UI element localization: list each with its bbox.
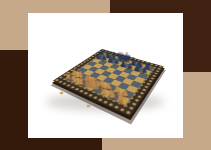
chess-scene: ♜♞♝♛♚♝♞♜♟♟♟♟♟♟♟♟♟♟♟♟♟♟♟♟♜♞♝♛♚♝♞♜ bbox=[28, 13, 183, 138]
square-d5[interactable] bbox=[105, 67, 116, 73]
chess-board: ♜♞♝♛♚♝♞♜♟♟♟♟♟♟♟♟♟♟♟♟♟♟♟♟♜♞♝♛♚♝♞♜ bbox=[53, 49, 164, 116]
board-clasp-icon bbox=[87, 105, 90, 107]
chess-board-grid: ♜♞♝♛♚♝♞♜♟♟♟♟♟♟♟♟♟♟♟♟♟♟♟♟♜♞♝♛♚♝♞♜ bbox=[65, 53, 153, 105]
square-h5[interactable] bbox=[134, 76, 145, 83]
board-clasp-icon bbox=[123, 100, 126, 102]
piece-black-pawn[interactable]: ♟ bbox=[134, 64, 141, 71]
piece-black-pawn[interactable]: ♟ bbox=[120, 60, 126, 67]
product-photo-card[interactable]: ♜♞♝♛♚♝♞♜♟♟♟♟♟♟♟♟♟♟♟♟♟♟♟♟♜♞♝♛♚♝♞♜ bbox=[28, 13, 183, 138]
piece-black-pawn[interactable]: ♟ bbox=[127, 62, 133, 69]
piece-black-pawn[interactable]: ♟ bbox=[141, 66, 148, 74]
background-patch-bottom bbox=[0, 137, 102, 150]
background-patch-left bbox=[0, 50, 29, 140]
board-hinge-icon bbox=[60, 92, 63, 94]
